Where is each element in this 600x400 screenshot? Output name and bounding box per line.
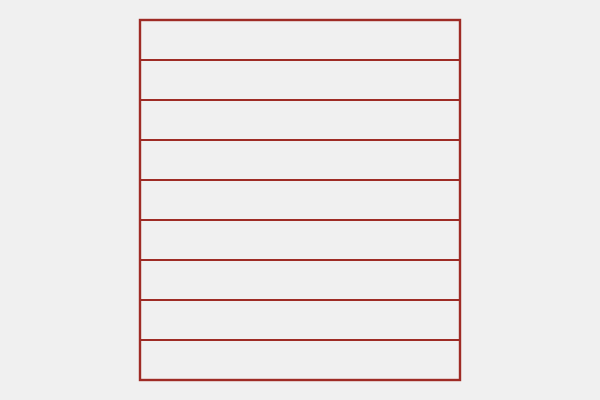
board-grid [0,0,360,400]
xiangqi-app [0,0,600,400]
